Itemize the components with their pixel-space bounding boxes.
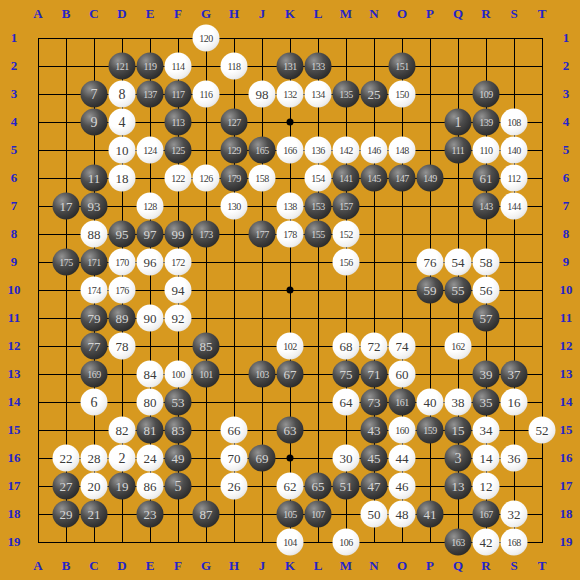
stone-L2[interactable]: 133 bbox=[305, 53, 332, 80]
stone-P10[interactable]: 59 bbox=[417, 277, 444, 304]
row-label-left-9: 9 bbox=[1, 254, 27, 270]
stone-M14[interactable]: 64 bbox=[333, 389, 360, 416]
row-label-left-2: 2 bbox=[1, 58, 27, 74]
stone-H2[interactable]: 118 bbox=[221, 53, 248, 80]
stone-T15[interactable]: 52 bbox=[529, 417, 556, 444]
stone-G3[interactable]: 116 bbox=[193, 81, 220, 108]
move-number: 122 bbox=[171, 173, 185, 183]
stone-J13[interactable]: 103 bbox=[249, 361, 276, 388]
move-number: 71 bbox=[368, 368, 381, 381]
move-number: 45 bbox=[368, 452, 381, 465]
stone-S13[interactable]: 37 bbox=[501, 361, 528, 388]
stone-D9[interactable]: 170 bbox=[109, 249, 136, 276]
move-number: 99 bbox=[172, 228, 185, 241]
move-number: 73 bbox=[368, 396, 381, 409]
stone-S6[interactable]: 112 bbox=[501, 165, 528, 192]
stone-F8[interactable]: 99 bbox=[165, 221, 192, 248]
move-number: 148 bbox=[395, 145, 409, 155]
stone-F4[interactable]: 113 bbox=[165, 109, 192, 136]
row-label-right-7: 7 bbox=[553, 198, 579, 214]
stone-F13[interactable]: 100 bbox=[165, 361, 192, 388]
go-board-diagram: 1201211191141181311331517813711711698132… bbox=[0, 0, 580, 580]
move-number: 169 bbox=[87, 369, 101, 379]
stone-J16[interactable]: 69 bbox=[249, 445, 276, 472]
stone-Q9[interactable]: 54 bbox=[445, 249, 472, 276]
stone-E8[interactable]: 97 bbox=[137, 221, 164, 248]
stone-Q5[interactable]: 111 bbox=[445, 137, 472, 164]
move-number: 114 bbox=[171, 61, 184, 71]
stone-H7[interactable]: 130 bbox=[221, 193, 248, 220]
row-label-left-13: 13 bbox=[1, 366, 27, 382]
move-number: 82 bbox=[116, 424, 129, 437]
column-label-top-O: O bbox=[388, 6, 416, 22]
stone-F15[interactable]: 83 bbox=[165, 417, 192, 444]
stone-Q4[interactable]: 1 bbox=[445, 109, 472, 136]
stone-K12[interactable]: 102 bbox=[277, 333, 304, 360]
move-number: 64 bbox=[340, 396, 353, 409]
stone-D5[interactable]: 10 bbox=[109, 137, 136, 164]
stone-K15[interactable]: 63 bbox=[277, 417, 304, 444]
stone-E11[interactable]: 90 bbox=[137, 305, 164, 332]
move-number: 25 bbox=[368, 88, 381, 101]
stone-E17[interactable]: 86 bbox=[137, 473, 164, 500]
stone-J6[interactable]: 158 bbox=[249, 165, 276, 192]
stone-R5[interactable]: 110 bbox=[473, 137, 500, 164]
stone-K19[interactable]: 104 bbox=[277, 529, 304, 556]
stone-K13[interactable]: 67 bbox=[277, 361, 304, 388]
stone-S5[interactable]: 140 bbox=[501, 137, 528, 164]
stone-D10[interactable]: 176 bbox=[109, 277, 136, 304]
stone-N18[interactable]: 50 bbox=[361, 501, 388, 528]
stone-C10[interactable]: 174 bbox=[81, 277, 108, 304]
row-label-left-16: 16 bbox=[1, 450, 27, 466]
move-number: 97 bbox=[144, 228, 157, 241]
move-number: 94 bbox=[172, 284, 185, 297]
move-number: 130 bbox=[227, 201, 241, 211]
move-number: 50 bbox=[368, 508, 381, 521]
stone-C8[interactable]: 88 bbox=[81, 221, 108, 248]
stone-C4[interactable]: 9 bbox=[81, 109, 108, 136]
stone-R4[interactable]: 139 bbox=[473, 109, 500, 136]
stone-H4[interactable]: 127 bbox=[221, 109, 248, 136]
stone-N13[interactable]: 71 bbox=[361, 361, 388, 388]
move-number: 41 bbox=[424, 508, 437, 521]
move-number: 129 bbox=[227, 145, 241, 155]
move-number: 90 bbox=[144, 312, 157, 325]
move-number: 167 bbox=[479, 509, 493, 519]
stone-S18[interactable]: 32 bbox=[501, 501, 528, 528]
stone-C13[interactable]: 169 bbox=[81, 361, 108, 388]
stone-R3[interactable]: 109 bbox=[473, 81, 500, 108]
stone-H17[interactable]: 26 bbox=[221, 473, 248, 500]
move-number: 144 bbox=[507, 201, 521, 211]
move-number: 145 bbox=[367, 173, 381, 183]
stone-E18[interactable]: 23 bbox=[137, 501, 164, 528]
stone-C7[interactable]: 93 bbox=[81, 193, 108, 220]
move-number: 85 bbox=[200, 340, 213, 353]
stone-O16[interactable]: 44 bbox=[389, 445, 416, 472]
stone-Q16[interactable]: 3 bbox=[445, 445, 472, 472]
move-number: 103 bbox=[255, 369, 269, 379]
row-label-right-5: 5 bbox=[553, 142, 579, 158]
stone-F10[interactable]: 94 bbox=[165, 277, 192, 304]
stone-R15[interactable]: 34 bbox=[473, 417, 500, 444]
move-number: 141 bbox=[339, 173, 353, 183]
stone-L6[interactable]: 154 bbox=[305, 165, 332, 192]
move-number: 154 bbox=[311, 173, 325, 183]
stone-E3[interactable]: 137 bbox=[137, 81, 164, 108]
stone-N5[interactable]: 146 bbox=[361, 137, 388, 164]
move-number: 160 bbox=[395, 425, 409, 435]
stone-F2[interactable]: 114 bbox=[165, 53, 192, 80]
stone-D16[interactable]: 2 bbox=[109, 445, 136, 472]
row-label-left-14: 14 bbox=[1, 394, 27, 410]
stone-O18[interactable]: 48 bbox=[389, 501, 416, 528]
stone-B7[interactable]: 17 bbox=[53, 193, 80, 220]
stone-N16[interactable]: 45 bbox=[361, 445, 388, 472]
move-number: 146 bbox=[367, 145, 381, 155]
move-number: 151 bbox=[395, 61, 409, 71]
row-label-left-5: 5 bbox=[1, 142, 27, 158]
row-label-right-18: 18 bbox=[553, 506, 579, 522]
stone-B17[interactable]: 27 bbox=[53, 473, 80, 500]
stone-D6[interactable]: 18 bbox=[109, 165, 136, 192]
row-label-left-17: 17 bbox=[1, 478, 27, 494]
row-label-left-18: 18 bbox=[1, 506, 27, 522]
stone-R16[interactable]: 14 bbox=[473, 445, 500, 472]
stone-M12[interactable]: 68 bbox=[333, 333, 360, 360]
stone-N15[interactable]: 43 bbox=[361, 417, 388, 444]
stone-B18[interactable]: 29 bbox=[53, 501, 80, 528]
stone-D2[interactable]: 121 bbox=[109, 53, 136, 80]
move-number: 68 bbox=[340, 340, 353, 353]
move-number: 8 bbox=[119, 87, 126, 101]
stone-M5[interactable]: 142 bbox=[333, 137, 360, 164]
move-number: 20 bbox=[88, 480, 101, 493]
star-point-K10 bbox=[287, 287, 294, 294]
stone-S19[interactable]: 168 bbox=[501, 529, 528, 556]
stone-O17[interactable]: 46 bbox=[389, 473, 416, 500]
stone-C17[interactable]: 20 bbox=[81, 473, 108, 500]
stone-C11[interactable]: 79 bbox=[81, 305, 108, 332]
row-label-right-3: 3 bbox=[553, 86, 579, 102]
move-number: 1 bbox=[455, 115, 462, 129]
stone-P9[interactable]: 76 bbox=[417, 249, 444, 276]
move-number: 61 bbox=[480, 172, 493, 185]
move-number: 55 bbox=[452, 284, 465, 297]
stone-K7[interactable]: 138 bbox=[277, 193, 304, 220]
stone-H15[interactable]: 66 bbox=[221, 417, 248, 444]
stone-D3[interactable]: 8 bbox=[109, 81, 136, 108]
move-number: 13 bbox=[452, 480, 465, 493]
stone-F6[interactable]: 122 bbox=[165, 165, 192, 192]
stone-M19[interactable]: 106 bbox=[333, 529, 360, 556]
move-number: 17 bbox=[60, 200, 73, 213]
stone-C6[interactable]: 11 bbox=[81, 165, 108, 192]
stone-F9[interactable]: 172 bbox=[165, 249, 192, 276]
move-number: 62 bbox=[284, 480, 297, 493]
move-number: 111 bbox=[452, 145, 465, 155]
stone-J3[interactable]: 98 bbox=[249, 81, 276, 108]
stone-D12[interactable]: 78 bbox=[109, 333, 136, 360]
stone-G18[interactable]: 87 bbox=[193, 501, 220, 528]
stone-N6[interactable]: 145 bbox=[361, 165, 388, 192]
move-number: 88 bbox=[88, 228, 101, 241]
row-label-right-4: 4 bbox=[553, 114, 579, 130]
move-number: 70 bbox=[228, 452, 241, 465]
stone-P14[interactable]: 40 bbox=[417, 389, 444, 416]
move-number: 32 bbox=[508, 508, 521, 521]
stone-D4[interactable]: 4 bbox=[109, 109, 136, 136]
stone-L7[interactable]: 153 bbox=[305, 193, 332, 220]
stone-C14[interactable]: 6 bbox=[81, 389, 108, 416]
stone-R18[interactable]: 167 bbox=[473, 501, 500, 528]
stone-L3[interactable]: 134 bbox=[305, 81, 332, 108]
stone-R14[interactable]: 35 bbox=[473, 389, 500, 416]
move-number: 120 bbox=[199, 33, 213, 43]
row-label-right-17: 17 bbox=[553, 478, 579, 494]
column-label-bottom-L: L bbox=[304, 558, 332, 574]
stone-F17[interactable]: 5 bbox=[165, 473, 192, 500]
move-number: 155 bbox=[311, 229, 325, 239]
column-label-top-M: M bbox=[332, 6, 360, 22]
stone-F16[interactable]: 49 bbox=[165, 445, 192, 472]
stone-N12[interactable]: 72 bbox=[361, 333, 388, 360]
stone-L8[interactable]: 155 bbox=[305, 221, 332, 248]
stone-L18[interactable]: 107 bbox=[305, 501, 332, 528]
move-number: 100 bbox=[171, 369, 185, 379]
stone-S7[interactable]: 144 bbox=[501, 193, 528, 220]
stone-B16[interactable]: 22 bbox=[53, 445, 80, 472]
stone-M3[interactable]: 135 bbox=[333, 81, 360, 108]
move-number: 54 bbox=[452, 256, 465, 269]
column-label-bottom-F: F bbox=[164, 558, 192, 574]
move-number: 166 bbox=[283, 145, 297, 155]
move-number: 37 bbox=[508, 368, 521, 381]
stone-F11[interactable]: 92 bbox=[165, 305, 192, 332]
move-number: 159 bbox=[423, 425, 437, 435]
stone-M8[interactable]: 152 bbox=[333, 221, 360, 248]
stone-M13[interactable]: 75 bbox=[333, 361, 360, 388]
stone-M9[interactable]: 156 bbox=[333, 249, 360, 276]
stone-E16[interactable]: 24 bbox=[137, 445, 164, 472]
row-label-left-1: 1 bbox=[1, 30, 27, 46]
stone-F5[interactable]: 125 bbox=[165, 137, 192, 164]
stone-O5[interactable]: 148 bbox=[389, 137, 416, 164]
column-label-bottom-B: B bbox=[52, 558, 80, 574]
move-number: 138 bbox=[283, 201, 297, 211]
column-label-top-N: N bbox=[360, 6, 388, 22]
stone-H16[interactable]: 70 bbox=[221, 445, 248, 472]
stone-Q14[interactable]: 38 bbox=[445, 389, 472, 416]
stone-O2[interactable]: 151 bbox=[389, 53, 416, 80]
stone-H5[interactable]: 129 bbox=[221, 137, 248, 164]
stone-D8[interactable]: 95 bbox=[109, 221, 136, 248]
move-number: 6 bbox=[91, 395, 98, 409]
stone-J5[interactable]: 165 bbox=[249, 137, 276, 164]
row-label-left-12: 12 bbox=[1, 338, 27, 354]
move-number: 116 bbox=[199, 89, 212, 99]
stone-S4[interactable]: 108 bbox=[501, 109, 528, 136]
stone-C3[interactable]: 7 bbox=[81, 81, 108, 108]
move-number: 174 bbox=[87, 285, 101, 295]
stone-K5[interactable]: 166 bbox=[277, 137, 304, 164]
stone-O6[interactable]: 147 bbox=[389, 165, 416, 192]
stone-E9[interactable]: 96 bbox=[137, 249, 164, 276]
stone-R10[interactable]: 56 bbox=[473, 277, 500, 304]
column-label-top-Q: Q bbox=[444, 6, 472, 22]
move-number: 135 bbox=[339, 89, 353, 99]
stone-E5[interactable]: 124 bbox=[137, 137, 164, 164]
move-number: 118 bbox=[227, 61, 240, 71]
stone-G8[interactable]: 173 bbox=[193, 221, 220, 248]
stone-R7[interactable]: 143 bbox=[473, 193, 500, 220]
move-number: 84 bbox=[144, 368, 157, 381]
stone-F14[interactable]: 53 bbox=[165, 389, 192, 416]
stone-O15[interactable]: 160 bbox=[389, 417, 416, 444]
stone-P6[interactable]: 149 bbox=[417, 165, 444, 192]
stone-R6[interactable]: 61 bbox=[473, 165, 500, 192]
column-label-bottom-A: A bbox=[24, 558, 52, 574]
move-number: 27 bbox=[60, 480, 73, 493]
stone-L5[interactable]: 136 bbox=[305, 137, 332, 164]
stone-E15[interactable]: 81 bbox=[137, 417, 164, 444]
stone-K2[interactable]: 131 bbox=[277, 53, 304, 80]
column-label-bottom-P: P bbox=[416, 558, 444, 574]
stone-G1[interactable]: 120 bbox=[193, 25, 220, 52]
move-number: 170 bbox=[115, 257, 129, 267]
stone-N17[interactable]: 47 bbox=[361, 473, 388, 500]
move-number: 44 bbox=[396, 452, 409, 465]
move-number: 173 bbox=[199, 229, 213, 239]
stone-P15[interactable]: 159 bbox=[417, 417, 444, 444]
move-number: 136 bbox=[311, 145, 325, 155]
row-label-right-13: 13 bbox=[553, 366, 579, 382]
stone-R13[interactable]: 39 bbox=[473, 361, 500, 388]
stone-O13[interactable]: 60 bbox=[389, 361, 416, 388]
stone-C12[interactable]: 77 bbox=[81, 333, 108, 360]
stone-K3[interactable]: 132 bbox=[277, 81, 304, 108]
move-number: 21 bbox=[88, 508, 101, 521]
move-number: 79 bbox=[88, 312, 101, 325]
stone-K17[interactable]: 62 bbox=[277, 473, 304, 500]
stone-O3[interactable]: 150 bbox=[389, 81, 416, 108]
stone-D11[interactable]: 89 bbox=[109, 305, 136, 332]
move-number: 51 bbox=[340, 480, 353, 493]
stone-C16[interactable]: 28 bbox=[81, 445, 108, 472]
move-number: 126 bbox=[199, 173, 213, 183]
move-number: 128 bbox=[143, 201, 157, 211]
stone-P18[interactable]: 41 bbox=[417, 501, 444, 528]
column-label-top-S: S bbox=[500, 6, 528, 22]
stone-Q10[interactable]: 55 bbox=[445, 277, 472, 304]
stone-Q17[interactable]: 13 bbox=[445, 473, 472, 500]
row-label-left-19: 19 bbox=[1, 534, 27, 550]
stone-D15[interactable]: 82 bbox=[109, 417, 136, 444]
stone-F3[interactable]: 117 bbox=[165, 81, 192, 108]
stone-R9[interactable]: 58 bbox=[473, 249, 500, 276]
stone-C18[interactable]: 21 bbox=[81, 501, 108, 528]
stone-K18[interactable]: 105 bbox=[277, 501, 304, 528]
column-label-top-L: L bbox=[304, 6, 332, 22]
stone-L17[interactable]: 65 bbox=[305, 473, 332, 500]
stone-G12[interactable]: 85 bbox=[193, 333, 220, 360]
stone-D17[interactable]: 19 bbox=[109, 473, 136, 500]
stone-O12[interactable]: 74 bbox=[389, 333, 416, 360]
stone-N14[interactable]: 73 bbox=[361, 389, 388, 416]
stone-M7[interactable]: 157 bbox=[333, 193, 360, 220]
stone-M17[interactable]: 51 bbox=[333, 473, 360, 500]
stone-E7[interactable]: 128 bbox=[137, 193, 164, 220]
move-number: 179 bbox=[227, 173, 241, 183]
move-number: 60 bbox=[396, 368, 409, 381]
move-number: 143 bbox=[479, 201, 493, 211]
stone-C9[interactable]: 171 bbox=[81, 249, 108, 276]
stone-E2[interactable]: 119 bbox=[137, 53, 164, 80]
column-label-top-T: T bbox=[528, 6, 556, 22]
stone-M16[interactable]: 30 bbox=[333, 445, 360, 472]
row-label-right-19: 19 bbox=[553, 534, 579, 550]
stone-R17[interactable]: 12 bbox=[473, 473, 500, 500]
stone-E13[interactable]: 84 bbox=[137, 361, 164, 388]
move-number: 117 bbox=[171, 89, 184, 99]
stone-R19[interactable]: 42 bbox=[473, 529, 500, 556]
row-label-right-14: 14 bbox=[553, 394, 579, 410]
move-number: 30 bbox=[340, 452, 353, 465]
column-label-bottom-M: M bbox=[332, 558, 360, 574]
stone-R11[interactable]: 57 bbox=[473, 305, 500, 332]
column-label-top-K: K bbox=[276, 6, 304, 22]
move-number: 39 bbox=[480, 368, 493, 381]
move-number: 66 bbox=[228, 424, 241, 437]
column-label-top-J: J bbox=[248, 6, 276, 22]
move-number: 43 bbox=[368, 424, 381, 437]
move-number: 163 bbox=[451, 537, 465, 547]
stone-Q19[interactable]: 163 bbox=[445, 529, 472, 556]
move-number: 56 bbox=[480, 284, 493, 297]
stone-M6[interactable]: 141 bbox=[333, 165, 360, 192]
stone-B9[interactable]: 175 bbox=[53, 249, 80, 276]
stone-S16[interactable]: 36 bbox=[501, 445, 528, 472]
stone-J8[interactable]: 177 bbox=[249, 221, 276, 248]
stone-E14[interactable]: 80 bbox=[137, 389, 164, 416]
stone-K8[interactable]: 178 bbox=[277, 221, 304, 248]
stone-G6[interactable]: 126 bbox=[193, 165, 220, 192]
stone-G13[interactable]: 101 bbox=[193, 361, 220, 388]
star-point-K16 bbox=[287, 455, 294, 462]
stone-N3[interactable]: 25 bbox=[361, 81, 388, 108]
column-label-top-A: A bbox=[24, 6, 52, 22]
move-number: 78 bbox=[116, 340, 129, 353]
stone-Q15[interactable]: 15 bbox=[445, 417, 472, 444]
move-number: 92 bbox=[172, 312, 185, 325]
stone-Q12[interactable]: 162 bbox=[445, 333, 472, 360]
stone-O14[interactable]: 161 bbox=[389, 389, 416, 416]
row-label-left-11: 11 bbox=[1, 310, 27, 326]
move-number: 110 bbox=[479, 145, 492, 155]
move-number: 105 bbox=[283, 509, 297, 519]
column-label-bottom-J: J bbox=[248, 558, 276, 574]
move-number: 161 bbox=[395, 397, 409, 407]
move-number: 83 bbox=[172, 424, 185, 437]
move-number: 35 bbox=[480, 396, 493, 409]
stone-H6[interactable]: 179 bbox=[221, 165, 248, 192]
stone-S14[interactable]: 16 bbox=[501, 389, 528, 416]
move-number: 81 bbox=[144, 424, 157, 437]
column-label-bottom-E: E bbox=[136, 558, 164, 574]
move-number: 14 bbox=[480, 452, 493, 465]
move-number: 3 bbox=[455, 451, 462, 465]
